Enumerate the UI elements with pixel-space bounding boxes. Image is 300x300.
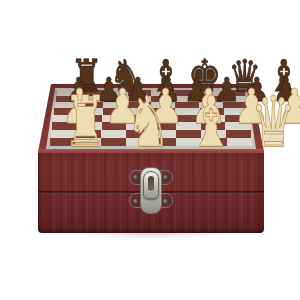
square-a2 — [51, 130, 76, 138]
square-e4 — [151, 115, 176, 122]
square-d4 — [127, 115, 152, 122]
square-e5 — [151, 108, 175, 115]
square-b2 — [76, 130, 101, 138]
latch-clasp — [129, 167, 173, 214]
square-d2 — [126, 130, 151, 138]
square-h1 — [227, 138, 252, 146]
square-e1 — [151, 138, 176, 146]
latch-screw — [162, 174, 169, 181]
square-e3 — [151, 122, 176, 130]
square-c2 — [101, 130, 126, 138]
square-f1 — [176, 138, 201, 146]
square-a5 — [54, 108, 78, 115]
square-e2 — [151, 130, 176, 138]
black-bishop: ♝ — [267, 54, 300, 98]
square-f3 — [176, 122, 201, 130]
black-pawn: ♟ — [273, 73, 300, 106]
latch-keyhole-slot — [148, 176, 154, 191]
board-rank-5 — [54, 108, 248, 115]
square-h4 — [225, 115, 250, 122]
square-a3 — [52, 122, 77, 130]
square-d3 — [126, 122, 151, 130]
square-b4 — [78, 115, 103, 122]
product-photo-chess-box: ♜♞♝♚♛♝♞♜♟♟♟♟♟♟♟♟♟♟♟♟♟♟♟♟♜♞♝♛♚♝♞♜ — [0, 0, 300, 300]
square-g3 — [201, 122, 226, 130]
square-f4 — [176, 115, 201, 122]
white-pawn: ♟ — [276, 82, 300, 130]
square-c5 — [103, 108, 127, 115]
square-b5 — [78, 108, 102, 115]
square-h3 — [225, 122, 250, 130]
latch-screw — [132, 198, 139, 205]
square-g1 — [202, 138, 227, 146]
square-b3 — [77, 122, 102, 130]
board-rank-2 — [51, 130, 251, 138]
square-f2 — [176, 130, 201, 138]
latch-screw — [162, 198, 169, 205]
square-c3 — [102, 122, 127, 130]
square-c4 — [102, 115, 127, 122]
square-h2 — [226, 130, 251, 138]
board-rank-1 — [50, 138, 252, 146]
board-squares — [50, 90, 252, 147]
square-g2 — [201, 130, 226, 138]
square-c1 — [101, 138, 126, 146]
board-rank-3 — [52, 122, 250, 130]
square-a1 — [50, 138, 75, 146]
board-rank-4 — [53, 115, 249, 122]
square-b1 — [75, 138, 100, 146]
latch-screw — [132, 174, 139, 181]
square-a4 — [53, 115, 78, 122]
square-f5 — [175, 108, 199, 115]
square-d5 — [127, 108, 151, 115]
square-g4 — [200, 115, 225, 122]
square-g5 — [200, 108, 224, 115]
square-h5 — [224, 108, 248, 115]
square-d1 — [126, 138, 151, 146]
